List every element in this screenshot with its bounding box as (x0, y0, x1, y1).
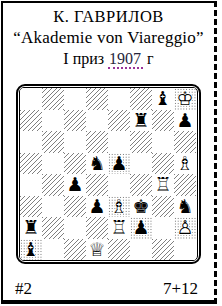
square-h5[interactable]: ♝♗ (174, 153, 196, 175)
square-h6[interactable] (174, 131, 196, 153)
problem-footer: #2 7+12 (3, 279, 214, 299)
black-knight-piece: ♞ (86, 153, 108, 175)
square-h3[interactable]: ♞ (174, 196, 196, 218)
chess-board-grid: ♝♚♔♜♟♞♟♝♗♟♜♖♟♝♗♚♞♜♜♖♟♟♙♝♛♕ (20, 88, 197, 260)
square-b1[interactable] (42, 239, 64, 261)
black-pawn-piece: ♟ (64, 174, 86, 196)
square-b2[interactable] (42, 217, 64, 239)
square-a2[interactable]: ♜ (20, 217, 42, 239)
square-e4[interactable] (108, 174, 130, 196)
square-e8[interactable] (108, 88, 130, 110)
square-g7[interactable] (152, 110, 174, 132)
chess-board-inner-frame: ♝♚♔♜♟♞♟♝♗♟♜♖♟♝♗♚♞♜♜♖♟♟♙♝♛♕ (19, 87, 198, 261)
square-g6[interactable] (152, 131, 174, 153)
square-c1[interactable] (64, 239, 86, 261)
white-rook-piece: ♖ (108, 217, 130, 239)
square-g5[interactable] (152, 153, 174, 175)
chess-board-frame: ♝♚♔♜♟♞♟♝♗♟♜♖♟♝♗♚♞♜♜♖♟♟♙♝♛♕ (16, 84, 201, 264)
square-d1[interactable]: ♛♕ (86, 239, 108, 261)
square-c5[interactable] (64, 153, 86, 175)
black-knight-piece: ♞ (174, 196, 196, 218)
square-c4[interactable]: ♟ (64, 174, 86, 196)
square-h2[interactable]: ♟♙ (174, 217, 196, 239)
piece-fill-backing: ♜ (108, 217, 130, 239)
material-count-label: 7+12 (163, 279, 198, 299)
square-f2[interactable]: ♟ (130, 217, 152, 239)
square-a1[interactable]: ♝ (20, 239, 42, 261)
square-e5[interactable]: ♟ (108, 153, 130, 175)
square-f8[interactable] (130, 88, 152, 110)
award-prefix: I приз (63, 50, 108, 67)
piece-fill-backing: ♛ (86, 239, 108, 261)
square-h8[interactable]: ♚♔ (174, 88, 196, 110)
square-f5[interactable] (130, 153, 152, 175)
piece-fill-backing: ♝ (108, 196, 130, 218)
white-bishop-piece: ♗ (174, 153, 196, 175)
white-rook-piece: ♖ (152, 174, 174, 196)
square-b3[interactable] (42, 196, 64, 218)
square-f4[interactable] (130, 174, 152, 196)
square-e7[interactable] (108, 110, 130, 132)
square-g8[interactable]: ♝ (152, 88, 174, 110)
square-f1[interactable] (130, 239, 152, 261)
square-g2[interactable] (152, 217, 174, 239)
square-c7[interactable] (64, 110, 86, 132)
problem-header: К. ГАВРИЛОВ “Akademie von Viareggio” I п… (3, 3, 214, 69)
square-h7[interactable]: ♟ (174, 110, 196, 132)
white-king-piece: ♔ (174, 88, 196, 110)
award-year-smart-tag[interactable]: 1907 (108, 50, 143, 69)
square-c3[interactable] (64, 196, 86, 218)
square-d7[interactable] (86, 110, 108, 132)
square-f7[interactable]: ♜ (130, 110, 152, 132)
square-b7[interactable] (42, 110, 64, 132)
white-pawn-piece: ♙ (174, 217, 196, 239)
award-suffix: г (143, 50, 154, 67)
square-g4[interactable]: ♜♖ (152, 174, 174, 196)
white-queen-piece: ♕ (86, 239, 108, 261)
square-d3[interactable]: ♟ (86, 196, 108, 218)
square-a7[interactable] (20, 110, 42, 132)
square-b4[interactable] (42, 174, 64, 196)
stipulation-label: #2 (15, 279, 32, 299)
composer-name: К. ГАВРИЛОВ (3, 6, 214, 27)
square-d6[interactable] (86, 131, 108, 153)
square-c6[interactable] (64, 131, 86, 153)
award-line: I приз 1907 г (3, 48, 214, 69)
square-d2[interactable] (86, 217, 108, 239)
black-pawn-piece: ♟ (86, 196, 108, 218)
square-d4[interactable] (86, 174, 108, 196)
square-h1[interactable] (174, 239, 196, 261)
white-bishop-piece: ♗ (108, 196, 130, 218)
square-d5[interactable]: ♞ (86, 153, 108, 175)
square-e2[interactable]: ♜♖ (108, 217, 130, 239)
square-e3[interactable]: ♝♗ (108, 196, 130, 218)
square-f3[interactable]: ♚ (130, 196, 152, 218)
square-h4[interactable] (174, 174, 196, 196)
document-cell-frame: К. ГАВРИЛОВ “Akademie von Viareggio” I п… (1, 1, 217, 304)
square-e1[interactable] (108, 239, 130, 261)
square-b5[interactable] (42, 153, 64, 175)
square-c2[interactable] (64, 217, 86, 239)
square-e6[interactable] (108, 131, 130, 153)
square-g3[interactable] (152, 196, 174, 218)
square-a8[interactable] (20, 88, 42, 110)
square-g1[interactable] (152, 239, 174, 261)
black-bishop-piece: ♝ (152, 88, 174, 110)
square-c8[interactable] (64, 88, 86, 110)
black-bishop-piece: ♝ (20, 239, 42, 261)
piece-fill-backing: ♚ (174, 88, 196, 110)
black-rook-piece: ♜ (130, 110, 152, 132)
tourney-source: “Akademie von Viareggio” (3, 27, 214, 48)
square-d8[interactable] (86, 88, 108, 110)
piece-fill-backing: ♝ (174, 153, 196, 175)
black-king-piece: ♚ (130, 196, 152, 218)
black-pawn-piece: ♟ (174, 110, 196, 132)
square-f6[interactable] (130, 131, 152, 153)
square-b8[interactable] (42, 88, 64, 110)
square-a6[interactable] (20, 131, 42, 153)
square-a3[interactable] (20, 196, 42, 218)
black-pawn-piece: ♟ (130, 217, 152, 239)
piece-fill-backing: ♜ (152, 174, 174, 196)
square-a5[interactable] (20, 153, 42, 175)
black-rook-piece: ♜ (20, 217, 42, 239)
square-b6[interactable] (42, 131, 64, 153)
square-a4[interactable] (20, 174, 42, 196)
piece-fill-backing: ♟ (174, 217, 196, 239)
document-page: К. ГАВРИЛОВ “Akademie von Viareggio” I п… (0, 0, 222, 306)
black-pawn-piece: ♟ (108, 153, 130, 175)
